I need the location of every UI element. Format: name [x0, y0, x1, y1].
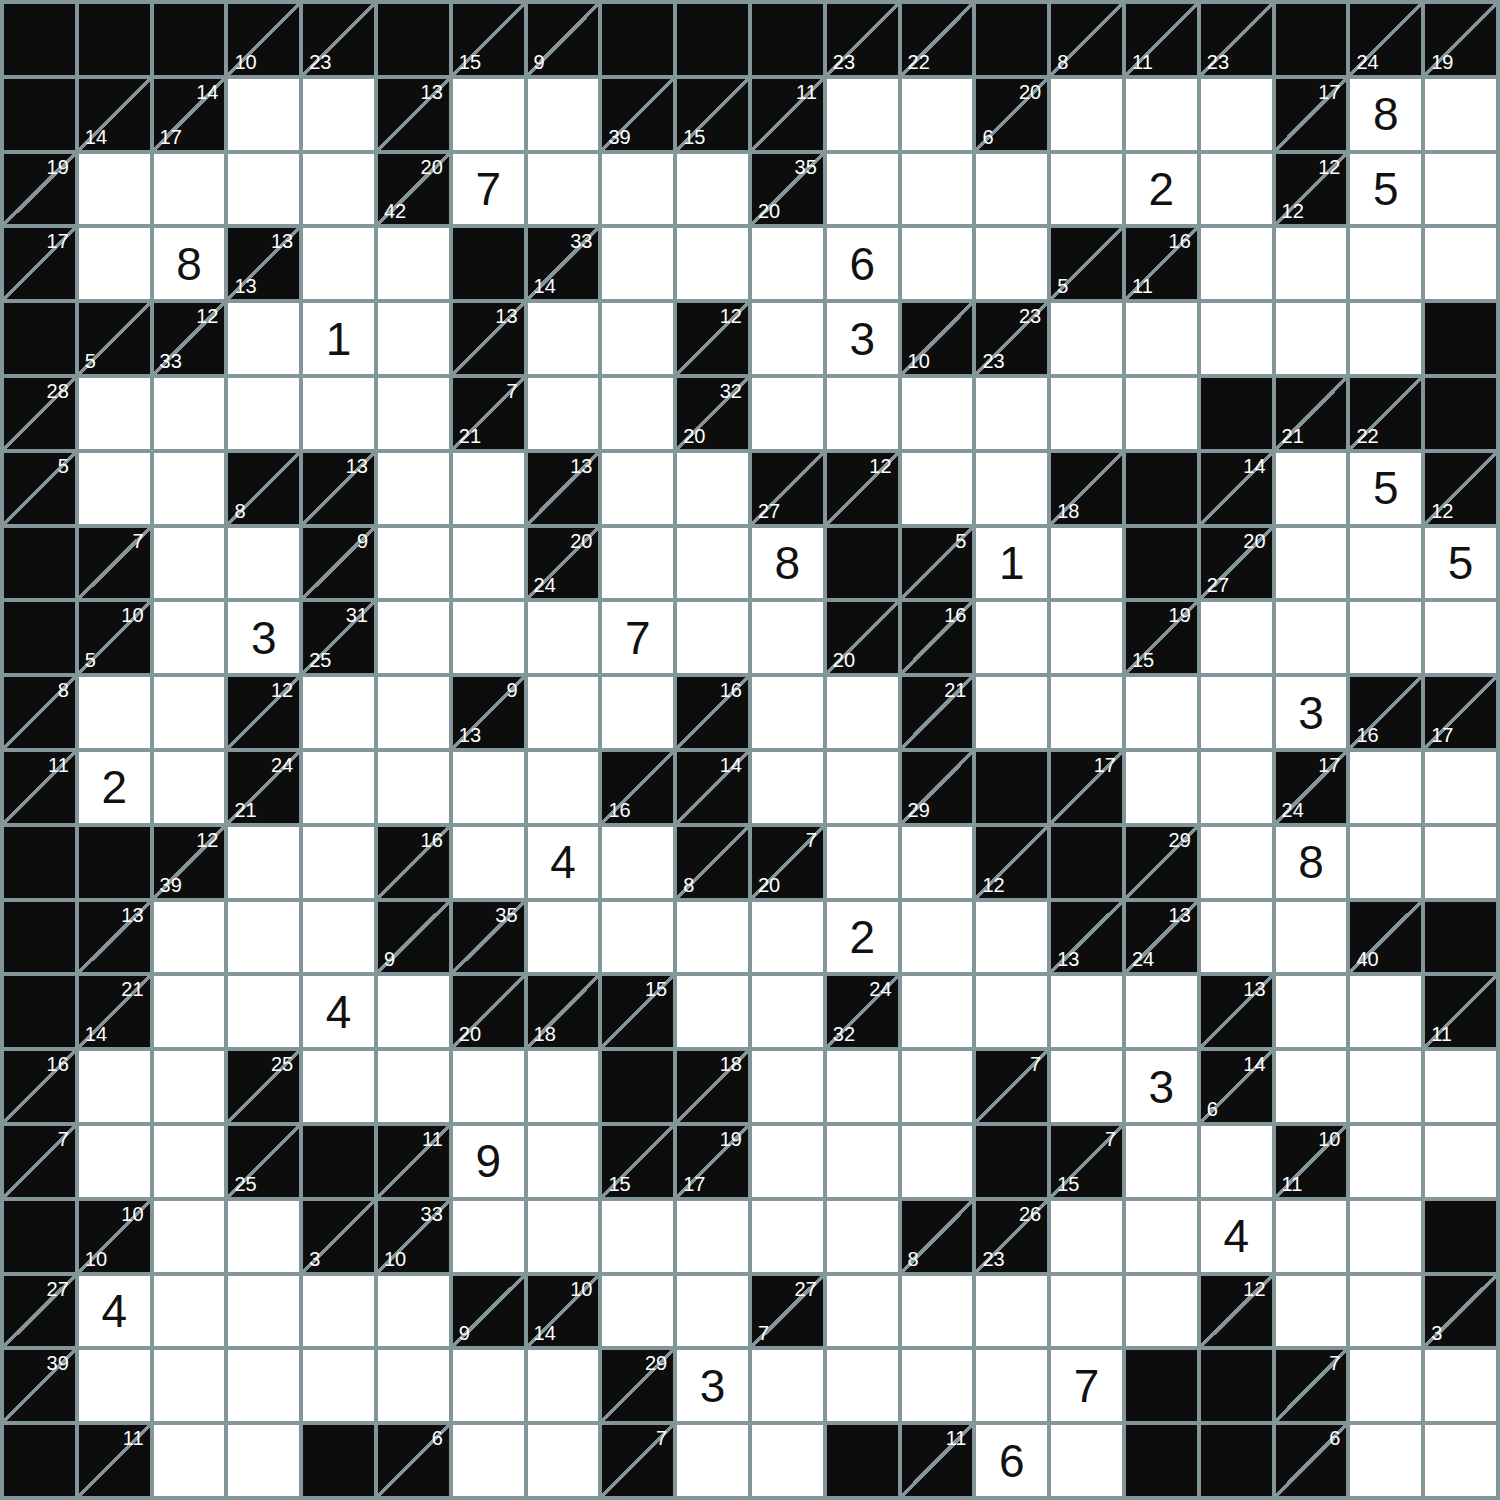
down-clue: 25	[309, 649, 331, 671]
entry-cell[interactable]	[752, 976, 823, 1047]
clue-cell: 1313	[228, 228, 299, 299]
entry-cell[interactable]: 8	[752, 528, 823, 599]
entry-cell[interactable]	[1350, 528, 1421, 599]
entry-cell[interactable]	[827, 827, 898, 898]
entry-cell[interactable]	[677, 528, 748, 599]
entry-cell[interactable]	[1276, 902, 1347, 973]
entry-cell[interactable]	[453, 1350, 524, 1421]
entry-cell[interactable]	[453, 528, 524, 599]
clue-cell: 11	[378, 1126, 449, 1197]
entry-cell[interactable]	[303, 1051, 374, 1122]
entry-cell[interactable]	[1201, 902, 1272, 973]
clue-cell: 5	[79, 303, 150, 374]
entry-cell[interactable]	[1276, 228, 1347, 299]
entry-cell[interactable]	[154, 378, 225, 449]
entry-cell[interactable]: 7	[602, 602, 673, 673]
entry-cell[interactable]	[1350, 752, 1421, 823]
entry-cell[interactable]	[902, 228, 973, 299]
entry-cell[interactable]	[902, 1126, 973, 1197]
entry-cell[interactable]	[1051, 378, 1122, 449]
clue-cell: 8	[677, 827, 748, 898]
entry-cell[interactable]	[602, 902, 673, 973]
entry-cell[interactable]	[228, 902, 299, 973]
entry-cell[interactable]	[378, 528, 449, 599]
entry-cell[interactable]	[902, 1276, 973, 1347]
cell-digit: 4	[550, 839, 576, 885]
entry-cell[interactable]	[303, 154, 374, 225]
entry-cell[interactable]	[602, 528, 673, 599]
entry-cell[interactable]: 3	[228, 602, 299, 673]
entry-cell[interactable]	[154, 453, 225, 524]
clue-cell: 14	[79, 79, 150, 150]
entry-cell[interactable]	[827, 154, 898, 225]
entry-cell[interactable]	[602, 827, 673, 898]
entry-cell[interactable]	[303, 677, 374, 748]
entry-cell[interactable]	[1051, 528, 1122, 599]
entry-cell[interactable]	[1201, 79, 1272, 150]
entry-cell[interactable]	[1126, 303, 1197, 374]
clue-cell: 12	[827, 453, 898, 524]
entry-cell[interactable]	[378, 752, 449, 823]
across-clue: 6	[1329, 1427, 1340, 1449]
entry-cell[interactable]	[378, 1051, 449, 1122]
entry-cell[interactable]: 3	[677, 1350, 748, 1421]
entry-cell[interactable]	[752, 1350, 823, 1421]
entry-cell[interactable]	[228, 378, 299, 449]
down-clue: 20	[758, 874, 780, 896]
down-clue: 9	[534, 51, 545, 73]
entry-cell[interactable]: 7	[1051, 1350, 1122, 1421]
entry-cell[interactable]	[902, 976, 973, 1047]
entry-cell[interactable]	[827, 1126, 898, 1197]
entry-cell[interactable]: 9	[453, 1126, 524, 1197]
entry-cell[interactable]	[827, 752, 898, 823]
entry-cell[interactable]	[228, 154, 299, 225]
entry-cell[interactable]	[528, 378, 599, 449]
entry-cell[interactable]	[677, 453, 748, 524]
entry-cell[interactable]	[976, 902, 1047, 973]
entry-cell[interactable]	[902, 79, 973, 150]
entry-cell[interactable]	[453, 1425, 524, 1496]
entry-cell[interactable]	[1051, 976, 1122, 1047]
entry-cell[interactable]: 6	[976, 1425, 1047, 1496]
entry-cell[interactable]: 3	[827, 303, 898, 374]
entry-cell[interactable]	[79, 677, 150, 748]
entry-cell[interactable]	[1051, 303, 1122, 374]
entry-cell[interactable]	[1350, 1425, 1421, 1496]
entry-cell[interactable]	[1425, 827, 1496, 898]
entry-cell[interactable]: 5	[1425, 528, 1496, 599]
entry-cell[interactable]	[79, 1051, 150, 1122]
entry-cell[interactable]	[528, 303, 599, 374]
entry-cell[interactable]	[154, 1276, 225, 1347]
entry-cell[interactable]	[1051, 1276, 1122, 1347]
clue-cell: 39	[4, 1350, 75, 1421]
entry-cell[interactable]	[154, 677, 225, 748]
clue-cell: 18	[1051, 453, 1122, 524]
entry-cell[interactable]	[303, 827, 374, 898]
entry-cell[interactable]: 4	[79, 1276, 150, 1347]
entry-cell[interactable]	[1425, 1425, 1496, 1496]
entry-cell[interactable]: 3	[1276, 677, 1347, 748]
down-clue: 3	[1431, 1322, 1442, 1344]
entry-cell[interactable]	[1201, 602, 1272, 673]
entry-cell[interactable]	[378, 976, 449, 1047]
entry-cell[interactable]	[677, 1276, 748, 1347]
entry-cell[interactable]	[1425, 602, 1496, 673]
entry-cell[interactable]	[1276, 453, 1347, 524]
entry-cell[interactable]	[1201, 1126, 1272, 1197]
entry-cell[interactable]	[528, 79, 599, 150]
down-clue: 20	[459, 1023, 481, 1045]
entry-cell[interactable]	[976, 1276, 1047, 1347]
entry-cell[interactable]	[378, 228, 449, 299]
entry-cell[interactable]: 5	[1350, 154, 1421, 225]
black-cell	[976, 4, 1047, 75]
entry-cell[interactable]	[827, 1350, 898, 1421]
entry-cell[interactable]: 5	[1350, 453, 1421, 524]
entry-cell[interactable]	[902, 378, 973, 449]
entry-cell[interactable]	[528, 1425, 599, 1496]
entry-cell[interactable]	[677, 976, 748, 1047]
black-cell	[1425, 303, 1496, 374]
entry-cell[interactable]	[1350, 1276, 1421, 1347]
entry-cell[interactable]	[79, 228, 150, 299]
entry-cell[interactable]	[752, 602, 823, 673]
entry-cell[interactable]	[902, 1051, 973, 1122]
entry-cell[interactable]	[602, 228, 673, 299]
clue-cell: 1324	[1126, 902, 1197, 973]
entry-cell[interactable]	[228, 827, 299, 898]
entry-cell[interactable]	[1201, 677, 1272, 748]
down-clue: 23	[982, 1248, 1004, 1270]
entry-cell[interactable]	[602, 378, 673, 449]
across-clue: 12	[196, 305, 218, 327]
entry-cell[interactable]	[528, 1051, 599, 1122]
entry-cell[interactable]	[79, 1126, 150, 1197]
entry-cell[interactable]	[1425, 1350, 1496, 1421]
entry-cell[interactable]	[1201, 752, 1272, 823]
entry-cell[interactable]	[528, 677, 599, 748]
entry-cell[interactable]	[1051, 1051, 1122, 1122]
entry-cell[interactable]	[378, 378, 449, 449]
entry-cell[interactable]	[1425, 154, 1496, 225]
entry-cell[interactable]	[752, 1126, 823, 1197]
entry-cell[interactable]	[154, 602, 225, 673]
across-clue: 16	[720, 679, 742, 701]
entry-cell[interactable]: 8	[1276, 827, 1347, 898]
entry-cell[interactable]	[677, 1201, 748, 1272]
entry-cell[interactable]	[228, 1425, 299, 1496]
down-clue: 20	[758, 200, 780, 222]
entry-cell[interactable]	[1350, 1201, 1421, 1272]
entry-cell[interactable]	[378, 1350, 449, 1421]
entry-cell[interactable]	[827, 1051, 898, 1122]
entry-cell[interactable]	[602, 154, 673, 225]
entry-cell[interactable]	[602, 1201, 673, 1272]
entry-cell[interactable]	[976, 1350, 1047, 1421]
entry-cell[interactable]	[79, 154, 150, 225]
entry-cell[interactable]	[902, 453, 973, 524]
entry-cell[interactable]	[528, 902, 599, 973]
clue-cell: 13	[453, 303, 524, 374]
down-clue: 11	[1132, 51, 1153, 73]
entry-cell[interactable]	[303, 902, 374, 973]
entry-cell[interactable]	[602, 677, 673, 748]
entry-cell[interactable]	[602, 303, 673, 374]
entry-cell[interactable]	[303, 378, 374, 449]
entry-cell[interactable]	[827, 677, 898, 748]
entry-cell[interactable]	[1051, 79, 1122, 150]
entry-cell[interactable]	[79, 1350, 150, 1421]
entry-cell[interactable]	[1126, 752, 1197, 823]
entry-cell[interactable]	[378, 1276, 449, 1347]
black-cell	[827, 1425, 898, 1496]
entry-cell[interactable]	[303, 1276, 374, 1347]
entry-cell[interactable]: 8	[154, 228, 225, 299]
across-clue: 27	[47, 1278, 69, 1300]
entry-cell[interactable]	[1276, 602, 1347, 673]
down-clue: 6	[1207, 1098, 1218, 1120]
entry-cell[interactable]	[154, 1051, 225, 1122]
down-clue: 22	[1356, 425, 1378, 447]
entry-cell[interactable]	[1425, 1126, 1496, 1197]
clue-cell: 16	[602, 752, 673, 823]
entry-cell[interactable]	[677, 228, 748, 299]
down-clue: 16	[1356, 724, 1378, 746]
clue-cell: 22	[902, 4, 973, 75]
down-clue: 10	[908, 350, 930, 372]
entry-cell[interactable]	[1350, 1350, 1421, 1421]
down-clue: 20	[683, 425, 705, 447]
entry-cell[interactable]	[1350, 976, 1421, 1047]
entry-cell[interactable]	[677, 1425, 748, 1496]
entry-cell[interactable]	[303, 1350, 374, 1421]
clue-cell: 17	[1425, 677, 1496, 748]
entry-cell[interactable]	[827, 79, 898, 150]
entry-cell[interactable]	[528, 154, 599, 225]
black-cell	[1126, 453, 1197, 524]
cell-digit: 7	[625, 615, 651, 661]
entry-cell[interactable]	[976, 228, 1047, 299]
entry-cell[interactable]	[602, 453, 673, 524]
down-clue: 29	[908, 799, 930, 821]
entry-cell[interactable]	[228, 1276, 299, 1347]
entry-cell[interactable]	[976, 378, 1047, 449]
entry-cell[interactable]	[1051, 602, 1122, 673]
entry-cell[interactable]	[1126, 1126, 1197, 1197]
entry-cell[interactable]	[303, 752, 374, 823]
entry-cell[interactable]	[1276, 1051, 1347, 1122]
entry-cell[interactable]	[1276, 303, 1347, 374]
entry-cell[interactable]: 7	[453, 154, 524, 225]
entry-cell[interactable]	[1051, 1425, 1122, 1496]
entry-cell[interactable]	[154, 154, 225, 225]
entry-cell[interactable]	[1425, 79, 1496, 150]
clue-cell: 16	[1350, 677, 1421, 748]
clue-cell: 1011	[1276, 1126, 1347, 1197]
entry-cell[interactable]	[528, 752, 599, 823]
across-clue: 5	[955, 530, 966, 552]
entry-cell[interactable]	[453, 752, 524, 823]
entry-cell[interactable]	[752, 1201, 823, 1272]
entry-cell[interactable]	[154, 528, 225, 599]
down-clue: 7	[758, 1322, 769, 1344]
entry-cell[interactable]	[1350, 1126, 1421, 1197]
entry-cell[interactable]	[1126, 677, 1197, 748]
entry-cell[interactable]	[902, 1350, 973, 1421]
entry-cell[interactable]	[752, 228, 823, 299]
entry-cell[interactable]	[1126, 378, 1197, 449]
entry-cell[interactable]: 1	[976, 528, 1047, 599]
entry-cell[interactable]	[154, 1425, 225, 1496]
entry-cell[interactable]	[1350, 303, 1421, 374]
entry-cell[interactable]	[1276, 528, 1347, 599]
clue-cell: 2027	[1201, 528, 1272, 599]
entry-cell[interactable]	[303, 228, 374, 299]
clue-cell: 3220	[677, 378, 748, 449]
entry-cell[interactable]	[752, 752, 823, 823]
entry-cell[interactable]	[1350, 602, 1421, 673]
entry-cell[interactable]	[752, 1425, 823, 1496]
entry-cell[interactable]	[602, 1276, 673, 1347]
entry-cell[interactable]	[902, 902, 973, 973]
entry-cell[interactable]	[1201, 303, 1272, 374]
entry-cell[interactable]	[378, 303, 449, 374]
entry-cell[interactable]: 8	[1350, 79, 1421, 150]
entry-cell[interactable]	[1126, 976, 1197, 1047]
entry-cell[interactable]	[1126, 1276, 1197, 1347]
cell-digit: 3	[1298, 690, 1324, 736]
entry-cell[interactable]	[453, 453, 524, 524]
entry-cell[interactable]	[976, 154, 1047, 225]
entry-cell[interactable]	[1425, 1051, 1496, 1122]
entry-cell[interactable]	[1051, 677, 1122, 748]
entry-cell[interactable]	[228, 528, 299, 599]
entry-cell[interactable]	[1201, 827, 1272, 898]
entry-cell[interactable]	[827, 1276, 898, 1347]
entry-cell[interactable]: 1	[303, 303, 374, 374]
clue-cell: 14	[1201, 453, 1272, 524]
entry-cell[interactable]	[976, 677, 1047, 748]
entry-cell[interactable]	[453, 602, 524, 673]
entry-cell[interactable]	[154, 902, 225, 973]
entry-cell[interactable]	[154, 1201, 225, 1272]
entry-cell[interactable]	[1425, 752, 1496, 823]
entry-cell[interactable]	[752, 378, 823, 449]
down-clue: 15	[1132, 649, 1154, 671]
entry-cell[interactable]	[902, 827, 973, 898]
entry-cell[interactable]	[752, 1051, 823, 1122]
entry-cell[interactable]: 6	[827, 228, 898, 299]
entry-cell[interactable]	[827, 378, 898, 449]
entry-cell[interactable]	[1276, 1276, 1347, 1347]
entry-cell[interactable]	[453, 1201, 524, 1272]
across-clue: 25	[271, 1053, 293, 1075]
entry-cell[interactable]	[1276, 976, 1347, 1047]
entry-cell[interactable]	[228, 1350, 299, 1421]
entry-cell[interactable]	[1350, 827, 1421, 898]
entry-cell[interactable]	[1126, 1201, 1197, 1272]
entry-cell[interactable]	[154, 752, 225, 823]
entry-cell[interactable]	[1350, 228, 1421, 299]
entry-cell[interactable]	[1051, 1201, 1122, 1272]
entry-cell[interactable]	[228, 79, 299, 150]
entry-cell[interactable]	[79, 378, 150, 449]
entry-cell[interactable]	[228, 976, 299, 1047]
entry-cell[interactable]	[677, 154, 748, 225]
entry-cell[interactable]	[154, 1126, 225, 1197]
entry-cell[interactable]: 4	[303, 976, 374, 1047]
down-clue: 40	[1356, 948, 1378, 970]
entry-cell[interactable]	[1051, 154, 1122, 225]
entry-cell[interactable]	[976, 976, 1047, 1047]
entry-cell[interactable]	[1276, 1201, 1347, 1272]
entry-cell[interactable]: 2	[1126, 154, 1197, 225]
clue-cell: 1915	[1126, 602, 1197, 673]
entry-cell[interactable]	[1126, 79, 1197, 150]
entry-cell[interactable]	[827, 1201, 898, 1272]
entry-cell[interactable]	[528, 1350, 599, 1421]
entry-cell[interactable]	[976, 453, 1047, 524]
entry-cell[interactable]	[1350, 1051, 1421, 1122]
black-cell	[303, 1126, 374, 1197]
clue-cell: 9	[528, 4, 599, 75]
entry-cell[interactable]	[752, 677, 823, 748]
entry-cell[interactable]	[976, 602, 1047, 673]
entry-cell[interactable]	[752, 303, 823, 374]
entry-cell[interactable]	[677, 602, 748, 673]
black-cell	[1201, 1425, 1272, 1496]
entry-cell[interactable]	[453, 827, 524, 898]
black-cell	[378, 4, 449, 75]
entry-cell[interactable]	[378, 602, 449, 673]
clue-cell: 27	[4, 1276, 75, 1347]
down-clue: 8	[908, 1248, 919, 1270]
entry-cell[interactable]: 4	[528, 827, 599, 898]
entry-cell[interactable]	[228, 1201, 299, 1272]
entry-cell[interactable]	[1201, 154, 1272, 225]
entry-cell[interactable]	[154, 1350, 225, 1421]
across-clue: 12	[1243, 1278, 1265, 1300]
entry-cell[interactable]	[1201, 228, 1272, 299]
entry-cell[interactable]	[1425, 228, 1496, 299]
down-clue: 5	[85, 649, 96, 671]
entry-cell[interactable]: 2	[79, 752, 150, 823]
entry-cell[interactable]	[378, 677, 449, 748]
entry-cell[interactable]: 3	[1126, 1051, 1197, 1122]
entry-cell[interactable]	[528, 1126, 599, 1197]
down-clue: 13	[1057, 948, 1079, 970]
entry-cell[interactable]	[677, 902, 748, 973]
entry-cell[interactable]	[528, 1201, 599, 1272]
entry-cell[interactable]	[228, 303, 299, 374]
entry-cell[interactable]	[378, 453, 449, 524]
entry-cell[interactable]	[79, 453, 150, 524]
clue-cell: 1239	[154, 827, 225, 898]
entry-cell[interactable]	[902, 154, 973, 225]
entry-cell[interactable]	[528, 602, 599, 673]
entry-cell[interactable]: 4	[1201, 1201, 1272, 1272]
clue-cell: 11	[1126, 4, 1197, 75]
entry-cell[interactable]	[154, 976, 225, 1047]
entry-cell[interactable]	[752, 902, 823, 973]
entry-cell[interactable]	[453, 1051, 524, 1122]
entry-cell[interactable]	[453, 79, 524, 150]
down-clue: 13	[234, 275, 256, 297]
entry-cell[interactable]	[303, 79, 374, 150]
entry-cell[interactable]: 2	[827, 902, 898, 973]
